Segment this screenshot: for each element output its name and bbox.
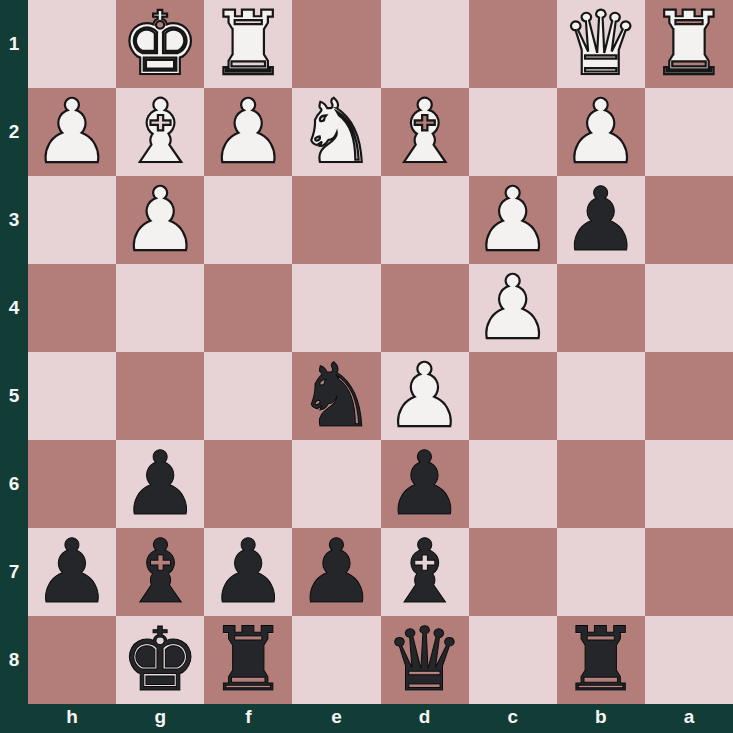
white-bishop[interactable]: ♝ <box>121 88 200 176</box>
square-f5[interactable] <box>204 352 292 440</box>
rank-label-1: 1 <box>0 0 28 88</box>
square-f2[interactable]: ♟ <box>204 88 292 176</box>
square-b2[interactable]: ♟ <box>557 88 645 176</box>
square-b5[interactable] <box>557 352 645 440</box>
square-f7[interactable]: ♟ <box>204 528 292 616</box>
square-d7[interactable]: ♝ <box>381 528 469 616</box>
square-b8[interactable]: ♜ <box>557 616 645 704</box>
square-g1[interactable]: ♚ <box>116 0 204 88</box>
black-bishop[interactable]: ♝ <box>385 528 464 616</box>
square-d4[interactable] <box>381 264 469 352</box>
white-pawn[interactable]: ♟ <box>473 176 552 264</box>
white-pawn[interactable]: ♟ <box>209 88 288 176</box>
square-h8[interactable] <box>28 616 116 704</box>
square-e2[interactable]: ♞ <box>292 88 380 176</box>
rank-labels: 12345678 <box>0 0 28 704</box>
square-e3[interactable] <box>292 176 380 264</box>
square-d6[interactable]: ♟ <box>381 440 469 528</box>
square-b4[interactable] <box>557 264 645 352</box>
white-rook[interactable]: ♜ <box>209 0 288 88</box>
square-c2[interactable] <box>469 88 557 176</box>
black-rook[interactable]: ♜ <box>209 616 288 704</box>
black-pawn[interactable]: ♟ <box>209 528 288 616</box>
file-label-c: c <box>469 704 557 733</box>
white-pawn[interactable]: ♟ <box>33 88 112 176</box>
rank-label-2: 2 <box>0 88 28 176</box>
rank-label-7: 7 <box>0 528 28 616</box>
square-c4[interactable]: ♟ <box>469 264 557 352</box>
board: ♚♜♛♜♟♝♟♞♝♟♟♟♟♟♞♟♟♟♟♝♟♟♝♚♜♛♜ <box>28 0 733 704</box>
rank-label-8: 8 <box>0 616 28 704</box>
square-h7[interactable]: ♟ <box>28 528 116 616</box>
black-pawn[interactable]: ♟ <box>385 440 464 528</box>
white-king[interactable]: ♚ <box>121 0 200 88</box>
file-label-g: g <box>116 704 204 733</box>
black-queen[interactable]: ♛ <box>385 616 464 704</box>
square-g5[interactable] <box>116 352 204 440</box>
white-knight[interactable]: ♞ <box>297 88 376 176</box>
white-queen[interactable]: ♛ <box>561 0 640 88</box>
black-pawn[interactable]: ♟ <box>297 528 376 616</box>
square-h3[interactable] <box>28 176 116 264</box>
square-g3[interactable]: ♟ <box>116 176 204 264</box>
rank-label-6: 6 <box>0 440 28 528</box>
rank-label-3: 3 <box>0 176 28 264</box>
file-label-a: a <box>645 704 733 733</box>
square-e7[interactable]: ♟ <box>292 528 380 616</box>
file-label-f: f <box>204 704 292 733</box>
square-a3[interactable] <box>645 176 733 264</box>
black-pawn[interactable]: ♟ <box>33 528 112 616</box>
square-e5[interactable]: ♞ <box>292 352 380 440</box>
square-h2[interactable]: ♟ <box>28 88 116 176</box>
square-d1[interactable] <box>381 0 469 88</box>
square-f4[interactable] <box>204 264 292 352</box>
square-a4[interactable] <box>645 264 733 352</box>
square-e4[interactable] <box>292 264 380 352</box>
square-b3[interactable]: ♟ <box>557 176 645 264</box>
square-g6[interactable]: ♟ <box>116 440 204 528</box>
square-h5[interactable] <box>28 352 116 440</box>
square-c1[interactable] <box>469 0 557 88</box>
square-e8[interactable] <box>292 616 380 704</box>
square-f1[interactable]: ♜ <box>204 0 292 88</box>
square-f6[interactable] <box>204 440 292 528</box>
square-e6[interactable] <box>292 440 380 528</box>
file-label-e: e <box>292 704 380 733</box>
square-b7[interactable] <box>557 528 645 616</box>
square-b6[interactable] <box>557 440 645 528</box>
square-a2[interactable] <box>645 88 733 176</box>
square-g2[interactable]: ♝ <box>116 88 204 176</box>
square-d8[interactable]: ♛ <box>381 616 469 704</box>
white-bishop[interactable]: ♝ <box>385 88 464 176</box>
white-pawn[interactable]: ♟ <box>473 264 552 352</box>
square-a6[interactable] <box>645 440 733 528</box>
square-b1[interactable]: ♛ <box>557 0 645 88</box>
square-h4[interactable] <box>28 264 116 352</box>
square-h6[interactable] <box>28 440 116 528</box>
square-d5[interactable]: ♟ <box>381 352 469 440</box>
square-c6[interactable] <box>469 440 557 528</box>
square-a5[interactable] <box>645 352 733 440</box>
square-g4[interactable] <box>116 264 204 352</box>
white-rook[interactable]: ♜ <box>649 0 728 88</box>
square-c8[interactable] <box>469 616 557 704</box>
square-f3[interactable] <box>204 176 292 264</box>
file-label-h: h <box>28 704 116 733</box>
square-f8[interactable]: ♜ <box>204 616 292 704</box>
square-c3[interactable]: ♟ <box>469 176 557 264</box>
black-knight[interactable]: ♞ <box>297 352 376 440</box>
black-king[interactable]: ♚ <box>121 616 200 704</box>
square-h1[interactable] <box>28 0 116 88</box>
file-label-d: d <box>381 704 469 733</box>
file-labels: hgfedcba <box>28 704 733 733</box>
square-g7[interactable]: ♝ <box>116 528 204 616</box>
rank-label-4: 4 <box>0 264 28 352</box>
chess-board-widget: 12345678 ♚♜♛♜♟♝♟♞♝♟♟♟♟♟♞♟♟♟♟♝♟♟♝♚♜♛♜ hgf… <box>0 0 733 733</box>
square-a8[interactable] <box>645 616 733 704</box>
square-g8[interactable]: ♚ <box>116 616 204 704</box>
rank-label-5: 5 <box>0 352 28 440</box>
file-label-b: b <box>557 704 645 733</box>
black-bishop[interactable]: ♝ <box>121 528 200 616</box>
black-pawn[interactable]: ♟ <box>121 440 200 528</box>
black-rook[interactable]: ♜ <box>561 616 640 704</box>
white-pawn[interactable]: ♟ <box>385 352 464 440</box>
square-c5[interactable] <box>469 352 557 440</box>
square-c7[interactable] <box>469 528 557 616</box>
square-a7[interactable] <box>645 528 733 616</box>
square-a1[interactable]: ♜ <box>645 0 733 88</box>
square-d3[interactable] <box>381 176 469 264</box>
square-d2[interactable]: ♝ <box>381 88 469 176</box>
white-pawn[interactable]: ♟ <box>561 88 640 176</box>
square-e1[interactable] <box>292 0 380 88</box>
white-pawn[interactable]: ♟ <box>121 176 200 264</box>
black-pawn[interactable]: ♟ <box>561 176 640 264</box>
